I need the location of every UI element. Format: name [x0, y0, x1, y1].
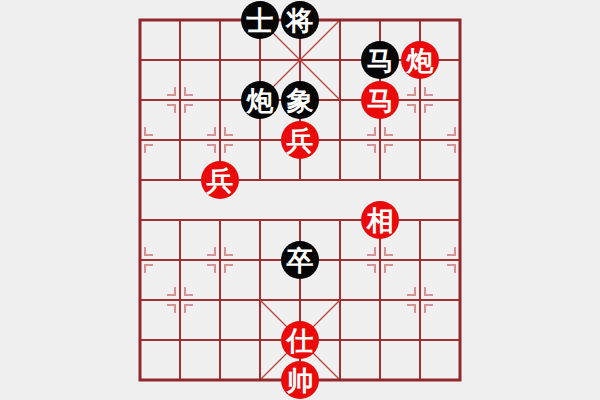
board-point[interactable] [280, 200, 320, 240]
board-point[interactable] [160, 320, 200, 360]
board-point[interactable] [440, 80, 480, 120]
black-horse[interactable]: 马 [361, 41, 399, 79]
red-general-glyph: 帅 [287, 367, 314, 394]
board-point[interactable]: 仕 [280, 320, 320, 360]
board-point[interactable] [200, 0, 240, 40]
red-horse[interactable]: 马 [361, 81, 399, 119]
board-point[interactable] [200, 360, 240, 400]
board-point[interactable] [440, 360, 480, 400]
board-point[interactable]: 象 [280, 80, 320, 120]
board-point[interactable] [200, 280, 240, 320]
board-point[interactable] [240, 280, 280, 320]
black-advisor-glyph: 士 [247, 7, 274, 34]
red-pawn-glyph: 兵 [207, 167, 234, 194]
board-point[interactable] [360, 280, 400, 320]
board-point[interactable] [120, 40, 160, 80]
board-point[interactable] [240, 120, 280, 160]
board-point[interactable] [160, 120, 200, 160]
board-point[interactable]: 炮 [400, 40, 440, 80]
black-advisor[interactable]: 士 [241, 1, 279, 39]
board-point[interactable] [360, 160, 400, 200]
red-general[interactable]: 帅 [281, 361, 319, 399]
board-point[interactable] [200, 200, 240, 240]
board-point[interactable] [400, 160, 440, 200]
board-point[interactable] [440, 40, 480, 80]
board-point[interactable] [440, 280, 480, 320]
board-point[interactable] [440, 200, 480, 240]
board-point[interactable] [320, 0, 360, 40]
board-point[interactable] [160, 200, 200, 240]
board-point[interactable] [320, 200, 360, 240]
board-point[interactable] [200, 120, 240, 160]
board-point[interactable] [160, 80, 200, 120]
board-point[interactable] [320, 80, 360, 120]
board-point[interactable] [200, 240, 240, 280]
board-point[interactable] [440, 160, 480, 200]
board-point[interactable] [280, 160, 320, 200]
red-elephant-glyph: 相 [367, 207, 394, 234]
red-advisor[interactable]: 仕 [281, 321, 319, 359]
xiangqi-app: 士将马炮炮象马兵兵相卒仕帅 [0, 0, 600, 400]
board-point[interactable]: 帅 [280, 360, 320, 400]
board-point[interactable] [120, 160, 160, 200]
board-point[interactable] [400, 0, 440, 40]
board-point[interactable] [240, 240, 280, 280]
board-point[interactable]: 炮 [240, 80, 280, 120]
board-point[interactable] [160, 40, 200, 80]
board-point[interactable] [400, 360, 440, 400]
board-point[interactable] [120, 280, 160, 320]
board-point[interactable] [320, 240, 360, 280]
board-point[interactable] [400, 200, 440, 240]
board-point[interactable]: 兵 [200, 160, 240, 200]
board-point[interactable] [160, 0, 200, 40]
board-point[interactable] [240, 360, 280, 400]
board-point[interactable] [120, 360, 160, 400]
board-point[interactable] [360, 360, 400, 400]
black-elephant[interactable]: 象 [281, 81, 319, 119]
red-elephant[interactable]: 相 [361, 201, 399, 239]
board-point[interactable] [160, 160, 200, 200]
board-point[interactable] [200, 320, 240, 360]
board-point[interactable]: 马 [360, 80, 400, 120]
board-point[interactable] [320, 360, 360, 400]
board-point[interactable] [440, 120, 480, 160]
board-point[interactable] [320, 160, 360, 200]
xiangqi-board: 士将马炮炮象马兵兵相卒仕帅 [120, 0, 480, 400]
board-point[interactable] [320, 40, 360, 80]
red-horse-glyph: 马 [367, 87, 394, 114]
board-point[interactable] [280, 40, 320, 80]
black-cannon-glyph: 炮 [247, 87, 274, 114]
board-point[interactable] [200, 40, 240, 80]
board-point[interactable] [440, 320, 480, 360]
black-general[interactable]: 将 [281, 1, 319, 39]
board-point[interactable] [160, 360, 200, 400]
red-pawn-glyph: 兵 [287, 127, 314, 154]
board-point[interactable] [120, 200, 160, 240]
board-point[interactable] [400, 280, 440, 320]
board-point[interactable] [200, 80, 240, 120]
board-point[interactable] [120, 120, 160, 160]
red-cannon-glyph: 炮 [407, 47, 434, 74]
board-point[interactable] [120, 320, 160, 360]
board-point[interactable] [240, 40, 280, 80]
black-cannon[interactable]: 炮 [241, 81, 279, 119]
board-point[interactable] [160, 280, 200, 320]
black-pawn-glyph: 卒 [287, 247, 314, 274]
board-point[interactable]: 士 [240, 0, 280, 40]
black-general-glyph: 将 [287, 7, 314, 34]
board-point[interactable] [240, 200, 280, 240]
board-point[interactable] [320, 320, 360, 360]
board-point[interactable] [440, 240, 480, 280]
board-point[interactable] [360, 120, 400, 160]
board-point[interactable] [400, 80, 440, 120]
red-pawn-2[interactable]: 兵 [201, 161, 239, 199]
board-point[interactable] [320, 280, 360, 320]
board-point[interactable]: 兵 [280, 120, 320, 160]
board-point[interactable] [280, 280, 320, 320]
board-point[interactable] [120, 0, 160, 40]
board-point[interactable] [400, 120, 440, 160]
board-point[interactable] [360, 240, 400, 280]
red-cannon[interactable]: 炮 [401, 41, 439, 79]
board-point[interactable]: 将 [280, 0, 320, 40]
board-point[interactable]: 马 [360, 40, 400, 80]
red-advisor-glyph: 仕 [287, 327, 314, 354]
board-point[interactable] [160, 240, 200, 280]
black-pawn[interactable]: 卒 [281, 241, 319, 279]
board-point[interactable] [240, 320, 280, 360]
board-point[interactable] [440, 0, 480, 40]
black-elephant-glyph: 象 [287, 87, 314, 114]
board-point[interactable] [400, 320, 440, 360]
board-point[interactable] [400, 240, 440, 280]
board-point[interactable] [360, 320, 400, 360]
red-pawn-1[interactable]: 兵 [281, 121, 319, 159]
board-point[interactable] [240, 160, 280, 200]
board-point[interactable] [120, 80, 160, 120]
board-point[interactable]: 卒 [280, 240, 320, 280]
black-horse-glyph: 马 [367, 47, 394, 74]
board-point[interactable] [120, 240, 160, 280]
board-point[interactable]: 相 [360, 200, 400, 240]
board-point[interactable] [360, 0, 400, 40]
board-point[interactable] [320, 120, 360, 160]
